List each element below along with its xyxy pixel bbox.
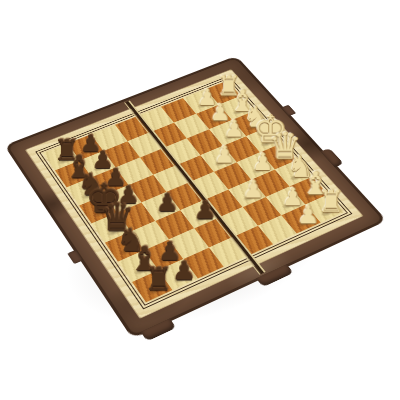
- white-pawn-f3[interactable]: ♟: [243, 178, 265, 201]
- photo-stage: ♜♟♟♜♝♟♟♝♞♟♟♞♚♟♟♚♛♟♟♛♞♟♟♞♝♟♟♝♜♟♟♜: [0, 0, 400, 400]
- black-pawn-f5[interactable]: ♟: [194, 199, 216, 223]
- white-rook-h1[interactable]: ♜: [318, 188, 345, 216]
- black-pawn-e6[interactable]: ♟: [156, 191, 178, 214]
- white-pawn-h2[interactable]: ♟: [297, 204, 319, 228]
- black-pawn-h7[interactable]: ♟: [173, 259, 196, 284]
- black-rook-h8[interactable]: ♜: [144, 265, 172, 295]
